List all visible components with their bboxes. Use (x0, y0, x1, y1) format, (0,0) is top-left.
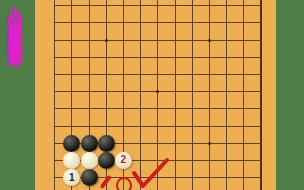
grid-line-vertical (140, 0, 141, 190)
white-stone[interactable] (81, 152, 98, 169)
grid-line-horizontal (55, 22, 262, 23)
white-stone[interactable] (63, 152, 80, 169)
black-stone[interactable] (81, 135, 98, 152)
grid-line-vertical (192, 0, 193, 190)
grid-line-vertical (175, 0, 176, 190)
grid-line-horizontal (55, 126, 262, 127)
black-stone[interactable] (81, 169, 98, 186)
video-title-vertical: 入门讲解棋院素老师 (8, 0, 23, 47)
grid-line-vertical (157, 0, 158, 190)
video-frame: 21 入门讲解棋院素老师 (0, 0, 304, 190)
grid-line-horizontal (55, 57, 262, 58)
grid-line-horizontal (55, 5, 262, 6)
move-number-label: 2 (121, 155, 127, 165)
grid-line-vertical (54, 0, 55, 190)
grid-line-vertical (260, 0, 262, 190)
star-point (105, 39, 108, 42)
grid-line-horizontal (55, 40, 262, 41)
grid-line-horizontal (55, 74, 262, 75)
star-point (208, 142, 211, 145)
white-stone[interactable]: 2 (115, 152, 132, 169)
grid-line-vertical (226, 0, 227, 190)
white-stone[interactable]: 1 (63, 169, 80, 186)
black-stone[interactable] (98, 152, 115, 169)
grid-line-vertical (243, 0, 244, 190)
answer-circle-mark (116, 177, 132, 190)
black-stone[interactable] (63, 135, 80, 152)
star-point (156, 90, 159, 93)
right-banner (276, 0, 304, 190)
grid-line-horizontal (55, 108, 262, 109)
star-point (208, 39, 211, 42)
black-stone[interactable] (98, 135, 115, 152)
move-number-label: 1 (69, 173, 75, 183)
grid-line-vertical (209, 0, 210, 190)
go-board[interactable]: 21 (35, 0, 276, 190)
